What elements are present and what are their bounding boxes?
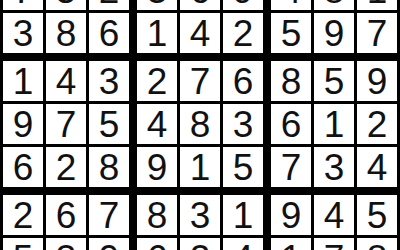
cell-r5c6[interactable]: 3 [223,104,263,144]
cell-r7c8[interactable]: 4 [314,195,354,235]
cell-r6c5[interactable]: 1 [180,147,220,187]
cell-r8c8[interactable]: 7 [314,238,354,250]
cell-r5c8[interactable]: 1 [314,104,354,144]
cell-r3c4[interactable]: 1 [137,13,177,53]
cell-r8c6[interactable]: 4 [223,238,263,250]
cell-r6c7[interactable]: 7 [271,147,311,187]
cell-r2c5[interactable]: 6 [180,0,220,10]
cell-r4c9[interactable]: 9 [357,61,397,101]
cell-r4c6[interactable]: 6 [223,61,263,101]
cell-r8c2[interactable]: 3 [46,238,86,250]
cell-r2c7[interactable]: 4 [271,0,311,10]
cell-r2c4[interactable]: 3 [137,0,177,10]
cell-r3c3[interactable]: 6 [89,13,129,53]
cell-r7c7[interactable]: 9 [271,195,311,235]
cell-r8c4[interactable]: 6 [137,238,177,250]
cell-r8c5[interactable]: 2 [180,238,220,250]
cell-r4c2[interactable]: 4 [46,61,86,101]
cell-r3c6[interactable]: 2 [223,13,263,53]
cell-r3c7[interactable]: 5 [271,13,311,53]
cell-r6c8[interactable]: 3 [314,147,354,187]
cell-r6c2[interactable]: 2 [46,147,86,187]
cell-r6c4[interactable]: 9 [137,147,177,187]
cell-r4c5[interactable]: 7 [180,61,220,101]
cell-r7c6[interactable]: 1 [223,195,263,235]
cell-r7c2[interactable]: 6 [46,195,86,235]
cell-r8c1[interactable]: 5 [3,238,43,250]
cell-r2c6[interactable]: 9 [223,0,263,10]
cell-r5c2[interactable]: 7 [46,104,86,144]
cell-r2c2[interactable]: 5 [46,0,86,10]
cell-r2c9[interactable]: 1 [357,0,397,10]
cell-r4c8[interactable]: 5 [314,61,354,101]
cell-r8c9[interactable]: 8 [357,238,397,250]
cell-r7c5[interactable]: 3 [180,195,220,235]
cell-r5c7[interactable]: 6 [271,104,311,144]
cell-r5c4[interactable]: 4 [137,104,177,144]
cell-r6c9[interactable]: 4 [357,147,397,187]
cell-r4c1[interactable]: 1 [3,61,43,101]
cell-r4c7[interactable]: 8 [271,61,311,101]
cell-r3c9[interactable]: 7 [357,13,397,53]
cell-r6c3[interactable]: 8 [89,147,129,187]
cell-r5c3[interactable]: 5 [89,104,129,144]
cell-r6c1[interactable]: 6 [3,147,43,187]
cell-r7c1[interactable]: 2 [3,195,43,235]
cell-r2c1[interactable]: 7 [3,0,43,10]
cell-r6c6[interactable]: 5 [223,147,263,187]
cell-r2c8[interactable]: 8 [314,0,354,10]
cell-r8c3[interactable]: 9 [89,238,129,250]
cell-r3c5[interactable]: 4 [180,13,220,53]
cell-r7c9[interactable]: 5 [357,195,397,235]
cell-r3c1[interactable]: 3 [3,13,43,53]
cell-r7c4[interactable]: 8 [137,195,177,235]
cell-r5c9[interactable]: 2 [357,104,397,144]
cell-r5c5[interactable]: 8 [180,104,220,144]
cell-r4c4[interactable]: 2 [137,61,177,101]
cell-r7c3[interactable]: 7 [89,195,129,235]
sudoku-screenshot-viewport: 7523694813861425971432768599754836126289… [0,0,400,250]
sudoku-board: 7523694813861425971432768599754836126289… [0,0,400,250]
cell-r8c7[interactable]: 1 [271,238,311,250]
cell-r3c2[interactable]: 8 [46,13,86,53]
cell-r5c1[interactable]: 9 [3,104,43,144]
cell-r3c8[interactable]: 9 [314,13,354,53]
cell-r4c3[interactable]: 3 [89,61,129,101]
cell-r2c3[interactable]: 2 [89,0,129,10]
